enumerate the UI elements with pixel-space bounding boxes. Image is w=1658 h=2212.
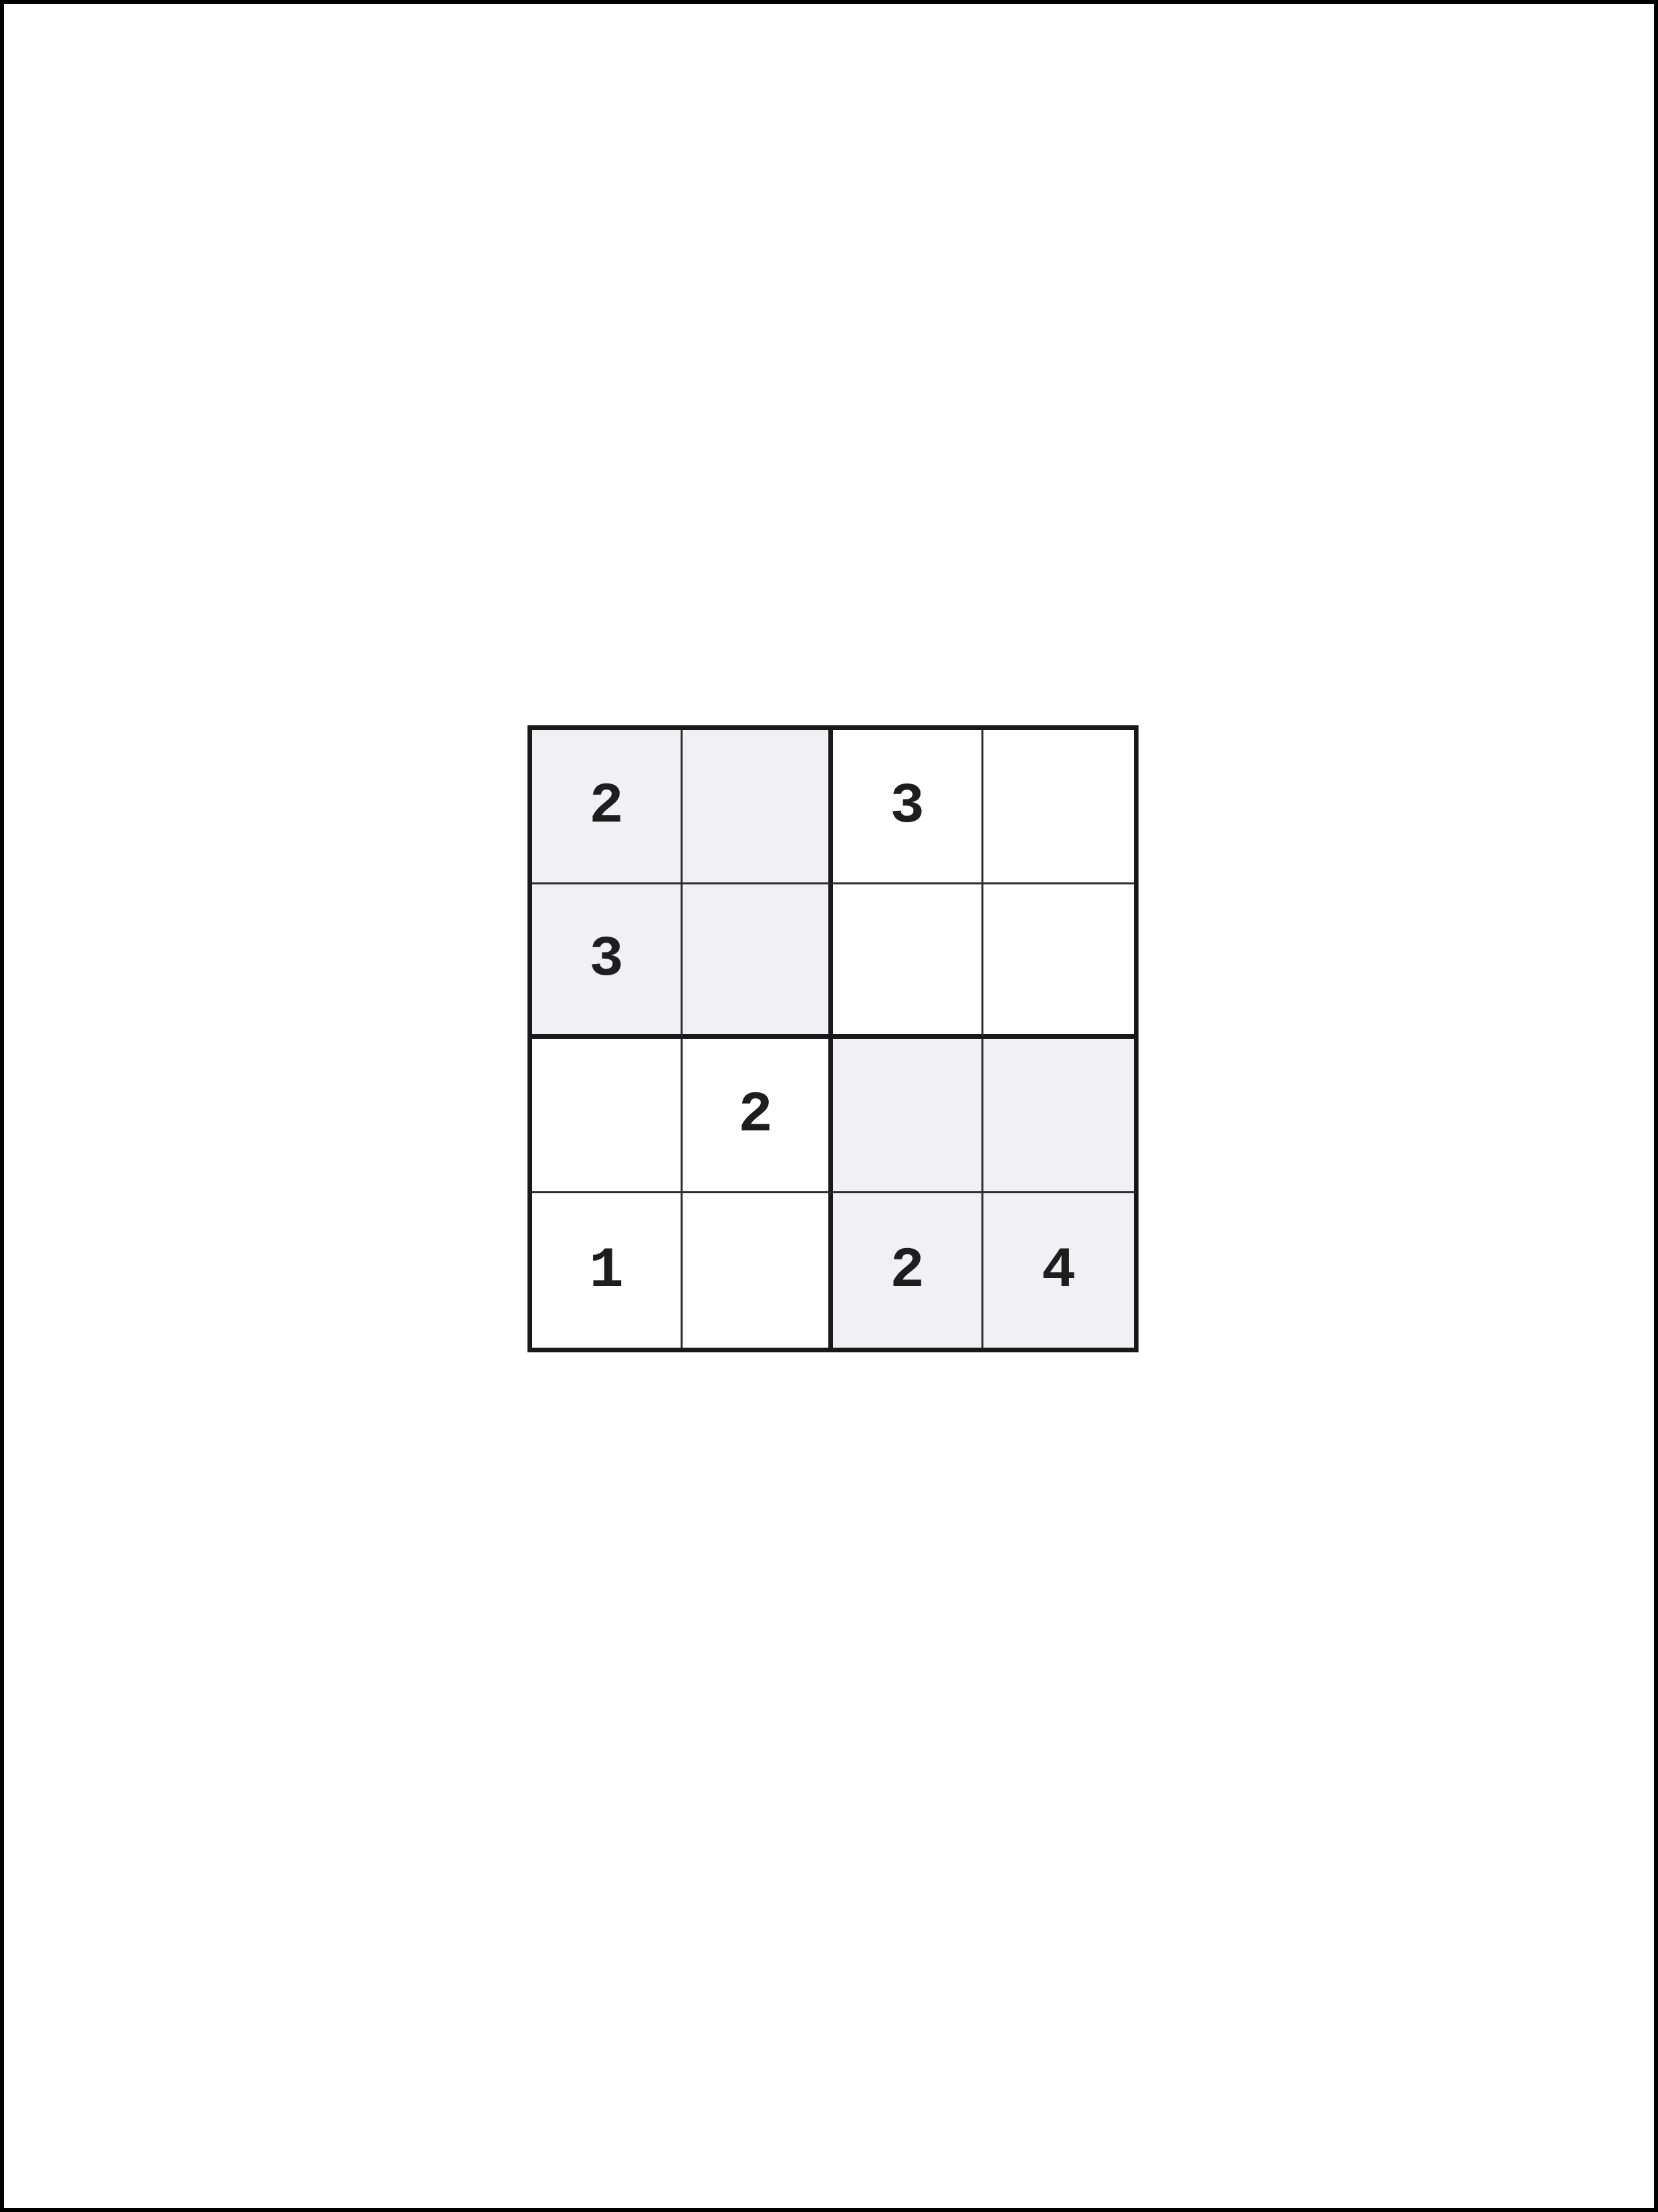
- cell-r1c4: [983, 730, 1134, 884]
- cell-r2c2: [683, 884, 833, 1039]
- cell-r4c2: [683, 1193, 833, 1348]
- cell-r4c1: 1: [532, 1193, 683, 1348]
- cell-r4c3: 2: [833, 1193, 983, 1348]
- sudoku-grid: 2 3 3 2 1 2 4: [527, 725, 1139, 1352]
- cell-r1c3: 3: [833, 730, 983, 884]
- cell-r3c1: [532, 1039, 683, 1193]
- cell-r3c2: 2: [683, 1039, 833, 1193]
- cell-r2c4: [983, 884, 1134, 1039]
- cell-r4c4: 4: [983, 1193, 1134, 1348]
- cell-r3c4: [983, 1039, 1134, 1193]
- cell-r3c3: [833, 1039, 983, 1193]
- cell-r2c1: 3: [532, 884, 683, 1039]
- printed-puzzle-page: 2 3 3 2 1 2 4: [0, 0, 1658, 2212]
- cell-r1c2: [683, 730, 833, 884]
- cell-r2c3: [833, 884, 983, 1039]
- cell-r1c1: 2: [532, 730, 683, 884]
